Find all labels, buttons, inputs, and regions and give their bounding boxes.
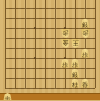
piece-glyph: 歩 [5,94,11,101]
shogi-app: 銀歩歩王金歩歩歩銀桂香 歩 [0,0,100,100]
wood-grain-overlay [0,0,100,93]
piece-stand [0,93,100,100]
